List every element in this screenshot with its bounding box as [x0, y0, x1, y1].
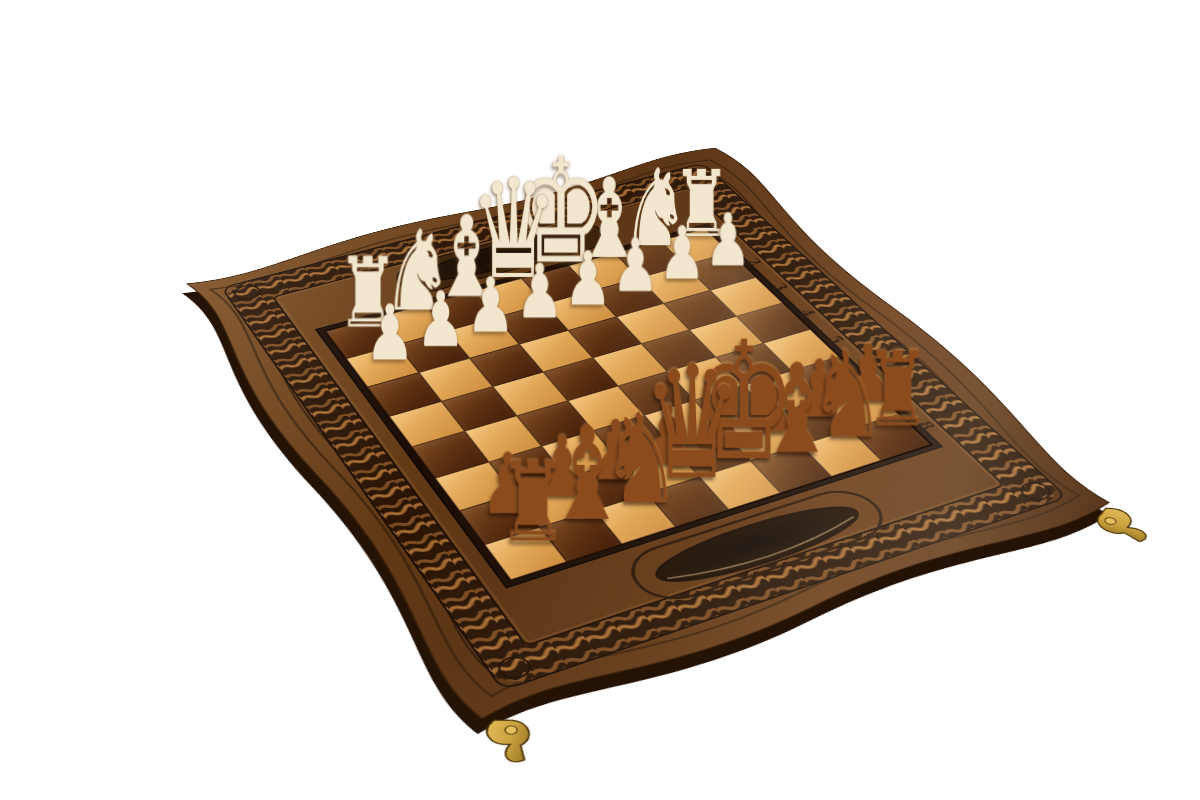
white-pawn[interactable]: ♟ — [416, 283, 465, 356]
white-pawn[interactable]: ♟ — [658, 218, 705, 288]
white-pawn[interactable]: ♟ — [466, 269, 515, 341]
white-pawn[interactable]: ♟ — [564, 243, 612, 314]
white-pawn[interactable]: ♟ — [515, 256, 564, 328]
product-photo-stage: 23458 ♜♞♝♛♚♝♞♜♟♟♟♟♟♟♟♟♟♟♟♟♟♟♟♟♜♝♞♛♚♝♞♜ — [0, 0, 1200, 800]
white-pawn[interactable]: ♟ — [704, 206, 751, 275]
white-pawn[interactable]: ♟ — [365, 296, 415, 369]
brown-rook[interactable]: ♜ — [498, 451, 569, 556]
chess-backgammon-case: 23458 ♜♞♝♛♚♝♞♜♟♟♟♟♟♟♟♟♟♟♟♟♟♟♟♟♜♝♞♛♚♝♞♜ — [152, 130, 1156, 755]
white-pawn[interactable]: ♟ — [611, 231, 659, 301]
